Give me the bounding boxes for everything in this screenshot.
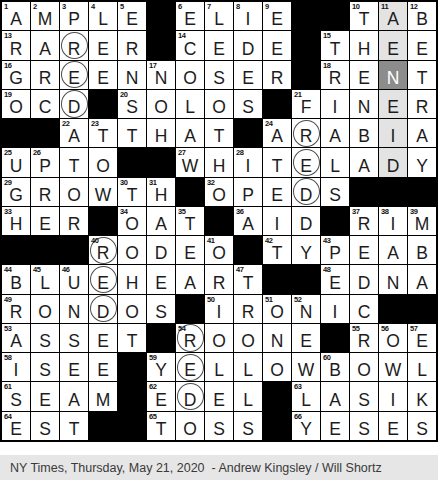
cell-letter: I (379, 390, 407, 411)
clue-number: 21 (294, 90, 302, 99)
cell-letter: H (2, 214, 30, 235)
cell-r14c3[interactable]: A (60, 382, 88, 410)
cell-r5c3[interactable]: 22A (60, 119, 88, 147)
cell-letter: R (31, 185, 59, 206)
cell-r6c3[interactable]: T (60, 148, 88, 176)
cell-r6c8[interactable]: H (205, 148, 233, 176)
cell-r15c6[interactable]: 65T (147, 412, 175, 440)
cell-letter: A (2, 331, 30, 352)
cell-letter: E (89, 331, 117, 352)
cell-letter: A (2, 9, 30, 30)
cell-r12c7[interactable]: 54R (176, 324, 204, 352)
cell-r10c6[interactable]: E (147, 265, 175, 293)
cell-letter: S (31, 360, 59, 381)
clue-number: 63 (294, 382, 302, 391)
cell-r13c2[interactable]: S (31, 353, 59, 381)
cell-r14c12[interactable]: A (321, 382, 349, 410)
cell-letter: A (176, 126, 204, 147)
cell-r6c6 (147, 148, 175, 176)
cell-r7c12[interactable]: S (321, 178, 349, 206)
cell-r1c2[interactable]: 2M (31, 2, 59, 30)
cell-r8c14[interactable]: 38I (379, 207, 407, 235)
clue-number: 49 (4, 295, 12, 304)
clue-number: 9 (265, 2, 269, 11)
cell-r15c5 (118, 412, 146, 440)
cell-r13c11[interactable]: W (292, 353, 320, 381)
cell-letter: N (60, 302, 88, 323)
cell-r1c13[interactable]: 10T (350, 2, 378, 30)
cell-r12c1[interactable]: 53A (2, 324, 30, 352)
cell-r6c4[interactable]: O (89, 148, 117, 176)
cell-letter: C (350, 302, 378, 323)
clue-number: 3 (62, 2, 66, 11)
clue-number: 14 (178, 31, 186, 40)
cell-letter: A (60, 390, 88, 411)
cell-letter: C (176, 39, 204, 60)
cell-r7c3[interactable]: O (60, 178, 88, 206)
cell-r14c2[interactable]: E (31, 382, 59, 410)
cell-letter: I (234, 9, 262, 30)
cell-r12c9[interactable]: O (234, 324, 262, 352)
cell-letter: E (147, 273, 175, 294)
cell-r2c4[interactable]: E (89, 31, 117, 59)
cell-r9c15[interactable]: B (408, 236, 436, 264)
cell-r2c2[interactable]: A (31, 31, 59, 59)
cell-letter: L (89, 9, 117, 30)
cell-r6c14[interactable]: D (379, 148, 407, 176)
cell-r10c3[interactable]: 46U (60, 265, 88, 293)
cell-r8c5[interactable]: 34O (118, 207, 146, 235)
cell-r6c15[interactable]: Y (408, 148, 436, 176)
cell-letter: A (60, 126, 88, 147)
cell-r8c4 (89, 207, 117, 235)
clue-number: 40 (91, 236, 99, 245)
cell-r15c9[interactable]: S (234, 412, 262, 440)
cell-r9c10[interactable]: 42T (263, 236, 291, 264)
cell-letter: E (118, 9, 146, 30)
cell-r14c1[interactable]: 61S (2, 382, 30, 410)
cell-r11c12[interactable]: I (321, 295, 349, 323)
cell-letter: L (321, 156, 349, 177)
cell-r11c3[interactable]: N (60, 295, 88, 323)
cell-r7c7 (176, 178, 204, 206)
cell-r13c12[interactable]: 60B (321, 353, 349, 381)
cell-r6c10[interactable]: T (263, 148, 291, 176)
cell-r3c15[interactable]: T (408, 61, 436, 89)
cell-letter: S (321, 185, 349, 206)
cell-r3c14[interactable]: N (379, 61, 407, 89)
cell-r12c2[interactable]: S (31, 324, 59, 352)
cell-r13c6[interactable]: 59Y (147, 353, 175, 381)
circle-marker (293, 178, 320, 205)
cell-letter: T (89, 126, 117, 147)
cell-r3c8[interactable]: S (205, 61, 233, 89)
cell-r1c5[interactable]: 5E (118, 2, 146, 30)
cell-r15c2[interactable]: S (31, 412, 59, 440)
cell-r8c10[interactable]: I (263, 207, 291, 235)
cell-r8c1[interactable]: 33H (2, 207, 30, 235)
cell-r7c15 (408, 178, 436, 206)
cell-r2c13[interactable]: H (350, 31, 378, 59)
cell-r4c6[interactable]: O (147, 90, 175, 118)
cell-r2c10[interactable]: E (263, 31, 291, 59)
clue-number: 5 (120, 2, 124, 11)
cell-letter: G (2, 185, 30, 206)
cell-r12c10[interactable]: N (263, 324, 291, 352)
cell-letter: O (263, 360, 291, 381)
circle-marker (293, 149, 320, 176)
cell-r3c9[interactable]: E (234, 61, 262, 89)
cell-r3c3[interactable]: E (60, 61, 88, 89)
cell-r4c1[interactable]: 19O (2, 90, 30, 118)
circle-marker (61, 90, 88, 117)
cell-r7c5[interactable]: 30T (118, 178, 146, 206)
cell-r13c8[interactable]: L (205, 353, 233, 381)
cell-r1c11 (292, 2, 320, 30)
cell-letter: A (350, 156, 378, 177)
cell-r9c4[interactable]: 40R (89, 236, 117, 264)
cell-r7c10[interactable]: E (263, 178, 291, 206)
cell-r15c7[interactable]: O (176, 412, 204, 440)
cell-letter: S (205, 68, 233, 89)
cell-r3c6[interactable]: 17N (147, 61, 175, 89)
cell-r15c11[interactable]: 66Y (292, 412, 320, 440)
cell-r5c5[interactable]: T (118, 119, 146, 147)
cell-r4c7[interactable]: L (176, 90, 204, 118)
cell-r5c13[interactable]: B (350, 119, 378, 147)
clue-number: 64 (4, 412, 12, 421)
cell-r10c2[interactable]: 45L (31, 265, 59, 293)
cell-letter: N (147, 68, 175, 89)
cell-letter: I (2, 360, 30, 381)
cell-r9c13[interactable]: E (350, 236, 378, 264)
cell-r14c11[interactable]: 63L (292, 382, 320, 410)
cell-r7c2[interactable]: R (31, 178, 59, 206)
cell-r15c1[interactable]: 64E (2, 412, 30, 440)
cell-letter: W (176, 156, 204, 177)
cell-r8c2[interactable]: E (31, 207, 59, 235)
cell-r11c11[interactable]: 52N (292, 295, 320, 323)
cell-r9c8[interactable]: 41O (205, 236, 233, 264)
cell-letter: T (408, 68, 436, 89)
cell-r4c2[interactable]: C (31, 90, 59, 118)
cell-letter: S (118, 97, 146, 118)
cell-r2c1[interactable]: 13R (2, 31, 30, 59)
cell-r11c1[interactable]: 49R (2, 295, 30, 323)
cell-r13c10[interactable]: O (263, 353, 291, 381)
cell-r8c6[interactable]: A (147, 207, 175, 235)
cell-r7c6[interactable]: 31H (147, 178, 175, 206)
cell-r13c9[interactable]: L (234, 353, 262, 381)
cell-r15c3[interactable]: T (60, 412, 88, 440)
clue-number: 8 (236, 2, 240, 11)
cell-letter: M (89, 390, 117, 411)
cell-r13c15[interactable]: L (408, 353, 436, 381)
cell-r5c14[interactable]: I (379, 119, 407, 147)
cell-r7c4[interactable]: W (89, 178, 117, 206)
cell-letter: M (31, 9, 59, 30)
cell-r10c12[interactable]: 48E (321, 265, 349, 293)
cell-r2c14[interactable]: E (379, 31, 407, 59)
cell-r11c8[interactable]: 50I (205, 295, 233, 323)
cell-r13c1[interactable]: 58I (2, 353, 30, 381)
clue-number: 50 (207, 295, 215, 304)
cell-r10c15[interactable]: A (408, 265, 436, 293)
cell-r12c14[interactable]: 56O (379, 324, 407, 352)
clue-number: 36 (236, 207, 244, 216)
cell-r1c15[interactable]: 12B (408, 2, 436, 30)
cell-r5c15[interactable]: A (408, 119, 436, 147)
cell-r10c7[interactable]: A (176, 265, 204, 293)
cell-r10c1[interactable]: 44B (2, 265, 30, 293)
cell-r5c7[interactable]: A (176, 119, 204, 147)
cell-letter: L (408, 360, 436, 381)
cell-r7c11[interactable]: D (292, 178, 320, 206)
cell-letter: O (31, 302, 59, 323)
cell-r3c1[interactable]: 16G (2, 61, 30, 89)
cell-r1c7[interactable]: 6E (176, 2, 204, 30)
cell-r7c9[interactable]: P (234, 178, 262, 206)
cell-r8c15[interactable]: 39M (408, 207, 436, 235)
cell-letter: T (147, 419, 175, 440)
cell-r4c5[interactable]: 20S (118, 90, 146, 118)
clue-number: 10 (352, 2, 360, 11)
cell-r15c8[interactable]: S (205, 412, 233, 440)
cell-r14c14[interactable]: I (379, 382, 407, 410)
clue-number: 33 (4, 207, 12, 216)
cell-letter: S (234, 97, 262, 118)
cell-r12c15[interactable]: 57E (408, 324, 436, 352)
cell-r2c3[interactable]: R (60, 31, 88, 59)
cell-r13c7[interactable]: E (176, 353, 204, 381)
cell-letter: E (147, 390, 175, 411)
cell-r5c12[interactable]: A (321, 119, 349, 147)
cell-r9c7[interactable]: E (176, 236, 204, 264)
cell-r1c8[interactable]: 7L (205, 2, 233, 30)
cell-r3c7[interactable]: O (176, 61, 204, 89)
cell-r4c13[interactable]: N (350, 90, 378, 118)
cell-letter: E (176, 243, 204, 264)
cell-r9c11[interactable]: Y (292, 236, 320, 264)
cell-r12c3[interactable]: S (60, 324, 88, 352)
cell-r3c5[interactable]: N (118, 61, 146, 89)
cell-r4c15[interactable]: R (408, 90, 436, 118)
cell-letter: C (31, 97, 59, 118)
cell-letter: S (2, 390, 30, 411)
cell-r7c1[interactable]: 29G (2, 178, 30, 206)
cell-r14c4[interactable]: M (89, 382, 117, 410)
cell-r14c5 (118, 382, 146, 410)
clue-number: 2 (33, 2, 37, 11)
cell-r5c11[interactable]: R (292, 119, 320, 147)
cell-r11c5[interactable]: O (118, 295, 146, 323)
clue-number: 54 (178, 324, 186, 333)
cell-r14c7[interactable]: D (176, 382, 204, 410)
cell-r2c5[interactable]: R (118, 31, 146, 59)
cell-letter: S (234, 419, 262, 440)
cell-r15c12[interactable]: E (321, 412, 349, 440)
cell-r5c10[interactable]: 24A (263, 119, 291, 147)
cell-r10c5[interactable]: H (118, 265, 146, 293)
cell-r6c9[interactable]: 28I (234, 148, 262, 176)
cell-letter: R (263, 68, 291, 89)
cell-r12c8[interactable]: O (205, 324, 233, 352)
cell-letter: O (379, 331, 407, 352)
cell-r13c3[interactable]: E (60, 353, 88, 381)
cell-r11c4[interactable]: D (89, 295, 117, 323)
clue-number: 34 (120, 207, 128, 216)
cell-r3c10[interactable]: R (263, 61, 291, 89)
cell-r1c3[interactable]: 3P (60, 2, 88, 30)
cell-r10c8[interactable]: R (205, 265, 233, 293)
cell-r2c12[interactable]: 15T (321, 31, 349, 59)
clue-number: 45 (33, 265, 41, 274)
cell-letter: A (176, 273, 204, 294)
cell-letter: B (408, 9, 436, 30)
cell-r6c5 (118, 148, 146, 176)
cell-r15c13[interactable]: S (350, 412, 378, 440)
cell-r12c4[interactable]: E (89, 324, 117, 352)
cell-r5c8[interactable]: T (205, 119, 233, 147)
cell-r2c9[interactable]: D (234, 31, 262, 59)
cell-r4c8[interactable]: O (205, 90, 233, 118)
cell-letter: E (350, 68, 378, 89)
cell-r4c12[interactable]: I (321, 90, 349, 118)
cell-letter: T (118, 126, 146, 147)
cell-r14c15[interactable]: K (408, 382, 436, 410)
clue-number: 7 (207, 2, 211, 11)
cell-r5c6[interactable]: H (147, 119, 175, 147)
cell-r10c14[interactable]: N (379, 265, 407, 293)
cell-letter: F (292, 97, 320, 118)
cell-letter: P (234, 185, 262, 206)
cell-letter: E (379, 39, 407, 60)
cell-r1c1[interactable]: 1A (2, 2, 30, 30)
cell-r11c13[interactable]: C (350, 295, 378, 323)
clue-number: 51 (265, 295, 273, 304)
cell-r13c13[interactable]: O (350, 353, 378, 381)
cell-r6c7[interactable]: 27W (176, 148, 204, 176)
cell-letter: E (263, 39, 291, 60)
cell-letter: I (321, 97, 349, 118)
circle-marker (90, 266, 117, 293)
puzzle-attribution-text: NY Times, Thursday, May 21, 2020 - Andre… (10, 461, 382, 475)
cell-r15c15[interactable]: S (408, 412, 436, 440)
cell-r3c13[interactable]: E (350, 61, 378, 89)
clue-number: 24 (265, 119, 273, 128)
cell-r15c14[interactable]: E (379, 412, 407, 440)
cell-r3c4[interactable]: E (89, 61, 117, 89)
cell-r3c2[interactable]: R (31, 61, 59, 89)
cell-letter: L (31, 273, 59, 294)
cell-r9c12[interactable]: 43P (321, 236, 349, 264)
cell-letter: E (89, 360, 117, 381)
cell-r13c4[interactable]: E (89, 353, 117, 381)
cell-r8c3[interactable]: R (60, 207, 88, 235)
cell-letter: O (118, 302, 146, 323)
cell-r14c8[interactable]: E (205, 382, 233, 410)
cell-r7c8[interactable]: 32O (205, 178, 233, 206)
cell-r8c13[interactable]: 37R (350, 207, 378, 235)
cell-letter: W (379, 360, 407, 381)
cell-r2c15[interactable]: E (408, 31, 436, 59)
clue-number: 66 (294, 412, 302, 421)
clue-number: 30 (120, 178, 128, 187)
cell-letter: W (89, 185, 117, 206)
clue-number: 6 (178, 2, 182, 11)
cell-r6c12[interactable]: L (321, 148, 349, 176)
cell-r12c13[interactable]: 55R (350, 324, 378, 352)
cell-r9c14[interactable]: A (379, 236, 407, 264)
cell-letter: R (2, 39, 30, 60)
cell-r8c11[interactable]: D (292, 207, 320, 235)
cell-r4c9[interactable]: S (234, 90, 262, 118)
cell-r4c14[interactable]: E (379, 90, 407, 118)
cell-letter: I (321, 302, 349, 323)
cell-r11c2[interactable]: O (31, 295, 59, 323)
cell-r9c5[interactable]: O (118, 236, 146, 264)
cell-letter: S (31, 331, 59, 352)
cell-r1c9[interactable]: 8I (234, 2, 262, 30)
cell-letter: E (205, 39, 233, 60)
clue-number: 56 (381, 324, 389, 333)
cell-r14c9[interactable]: L (234, 382, 262, 410)
clue-number: 46 (62, 265, 70, 274)
cell-r11c10[interactable]: 51O (263, 295, 291, 323)
cell-r13c14[interactable]: W (379, 353, 407, 381)
cell-r3c12[interactable]: 18R (321, 61, 349, 89)
cell-r8c9[interactable]: 36A (234, 207, 262, 235)
cell-letter: A (379, 243, 407, 264)
cell-letter: N (350, 97, 378, 118)
cell-r11c9[interactable]: R (234, 295, 262, 323)
cell-r15c4 (89, 412, 117, 440)
cell-r9c6[interactable]: D (147, 236, 175, 264)
cell-r5c2 (31, 119, 59, 147)
cell-r1c14[interactable]: 11A (379, 2, 407, 30)
cell-letter: E (31, 214, 59, 235)
cell-r1c4[interactable]: 4L (89, 2, 117, 30)
cell-r2c8[interactable]: E (205, 31, 233, 59)
cell-letter: T (60, 156, 88, 177)
clue-number: 37 (352, 207, 360, 216)
cell-r10c13[interactable]: D (350, 265, 378, 293)
cell-r1c10[interactable]: 9E (263, 2, 291, 30)
cell-r4c11[interactable]: 21F (292, 90, 320, 118)
cell-r6c1[interactable]: 25U (2, 148, 30, 176)
cell-r10c9[interactable]: 47T (234, 265, 262, 293)
cell-r11c6[interactable]: S (147, 295, 175, 323)
cell-r14c13[interactable]: S (350, 382, 378, 410)
cell-r6c13[interactable]: A (350, 148, 378, 176)
cell-letter: Y (147, 360, 175, 381)
cell-r7c14 (379, 178, 407, 206)
cell-r5c4[interactable]: 23T (89, 119, 117, 147)
clue-number: 61 (4, 382, 12, 391)
cell-r6c11[interactable]: E (292, 148, 320, 176)
cell-r12c11[interactable]: E (292, 324, 320, 352)
cell-r10c4[interactable]: E (89, 265, 117, 293)
cell-r14c6[interactable]: 62E (147, 382, 175, 410)
clue-number: 22 (62, 119, 70, 128)
cell-r6c2[interactable]: 26P (31, 148, 59, 176)
cell-r12c5[interactable]: T (118, 324, 146, 352)
cell-r4c3[interactable]: D (60, 90, 88, 118)
cell-letter: B (321, 360, 349, 381)
cell-r2c7[interactable]: 14C (176, 31, 204, 59)
cell-r8c7[interactable]: 35T (176, 207, 204, 235)
cell-r10c11 (292, 265, 320, 293)
